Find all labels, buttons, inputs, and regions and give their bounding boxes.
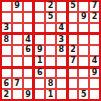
cell-r8c2[interactable]: 7 [13, 79, 22, 88]
cell-r5c5[interactable] [46, 46, 55, 55]
cell-r4c4[interactable] [35, 35, 44, 44]
cell-r2c3[interactable] [24, 13, 33, 22]
cell-r3c1[interactable]: 3 [2, 24, 11, 33]
cell-r4c9[interactable] [90, 35, 99, 44]
sudoku-box-0-2: 5792 [69, 2, 99, 32]
cell-r1c4[interactable] [35, 2, 44, 11]
cell-r3c7[interactable] [69, 24, 78, 33]
cell-r6c9[interactable]: 4 [90, 57, 99, 66]
cell-r6c3[interactable] [24, 57, 33, 66]
sudoku-box-1-0: 846 [2, 35, 32, 65]
cell-r1c6[interactable] [57, 2, 66, 11]
cell-r5c7[interactable]: 2 [69, 46, 78, 55]
cell-r3c6[interactable]: 4 [57, 24, 66, 33]
cell-r9c2[interactable] [13, 90, 22, 99]
cell-r7c4[interactable]: 6 [35, 69, 44, 78]
cell-r5c3[interactable]: 6 [24, 46, 33, 55]
cell-r1c7[interactable]: 5 [69, 2, 78, 11]
cell-r2c9[interactable]: 2 [90, 13, 99, 22]
cell-r2c5[interactable]: 5 [46, 13, 55, 22]
cell-r3c4[interactable] [35, 24, 44, 33]
cell-r6c5[interactable] [46, 57, 55, 66]
cell-r2c4[interactable] [35, 13, 44, 22]
cell-r9c4[interactable] [35, 90, 44, 99]
cell-r6c1[interactable] [2, 57, 11, 66]
cell-r2c1[interactable] [2, 13, 11, 22]
cell-r1c8[interactable] [79, 2, 88, 11]
cell-r5c6[interactable]: 8 [57, 46, 66, 55]
sudoku-box-0-1: 254 [35, 2, 65, 32]
cell-r4c3[interactable]: 4 [24, 35, 33, 44]
cell-r7c7[interactable] [69, 69, 78, 78]
cell-r3c3[interactable] [24, 24, 33, 33]
cell-r7c2[interactable] [13, 69, 22, 78]
cell-r4c5[interactable] [46, 35, 55, 44]
cell-r8c1[interactable]: 6 [2, 79, 11, 88]
cell-r7c1[interactable] [2, 69, 11, 78]
sudoku-box-0-0: 93 [2, 2, 32, 32]
cell-r8c3[interactable] [24, 79, 33, 88]
sudoku-box-2-2: 95 [69, 69, 99, 99]
cell-r9c3[interactable]: 9 [24, 90, 33, 99]
cell-r7c3[interactable] [24, 69, 33, 78]
cell-r9c1[interactable]: 2 [2, 90, 11, 99]
cell-r5c1[interactable] [2, 46, 11, 55]
cell-r8c4[interactable] [35, 79, 44, 88]
cell-r1c3[interactable] [24, 2, 33, 11]
cell-r3c2[interactable] [13, 24, 22, 33]
cell-r9c9[interactable] [90, 90, 99, 99]
cell-r5c4[interactable]: 9 [35, 46, 44, 55]
cell-r8c5[interactable]: 8 [46, 79, 55, 88]
cell-r7c9[interactable]: 9 [90, 69, 99, 78]
cell-r5c8[interactable] [79, 46, 88, 55]
cell-r2c8[interactable]: 9 [79, 13, 88, 22]
cell-r1c5[interactable]: 2 [46, 2, 55, 11]
cell-r9c6[interactable] [57, 90, 66, 99]
cell-r9c7[interactable] [69, 90, 78, 99]
cell-r8c6[interactable] [57, 79, 66, 88]
cell-r2c2[interactable] [13, 13, 22, 22]
sudoku-box-2-1: 681 [35, 69, 65, 99]
cell-r1c9[interactable]: 7 [90, 2, 99, 11]
cell-r8c7[interactable] [69, 79, 78, 88]
cell-r3c8[interactable] [79, 24, 88, 33]
cell-r6c8[interactable] [79, 57, 88, 66]
cell-r5c2[interactable] [13, 46, 22, 55]
cell-r2c6[interactable] [57, 13, 66, 22]
cell-r9c8[interactable]: 5 [79, 90, 88, 99]
cell-r3c5[interactable] [46, 24, 55, 33]
cell-r4c7[interactable] [69, 35, 78, 44]
cell-r6c6[interactable] [57, 57, 66, 66]
cell-r3c9[interactable] [90, 24, 99, 33]
sudoku-box-1-2: 274 [69, 35, 99, 65]
cell-r5c9[interactable] [90, 46, 99, 55]
sudoku-box-1-1: 3981 [35, 35, 65, 65]
sudoku-box-2-0: 6729 [2, 69, 32, 99]
cell-r4c1[interactable]: 8 [2, 35, 11, 44]
cell-r9c5[interactable]: 1 [46, 90, 55, 99]
cell-r2c7[interactable] [69, 13, 78, 22]
cell-r1c1[interactable] [2, 2, 11, 11]
cell-r1c2[interactable]: 9 [13, 2, 22, 11]
cell-r6c4[interactable]: 1 [35, 57, 44, 66]
cell-r6c7[interactable]: 7 [69, 57, 78, 66]
cell-r7c5[interactable] [46, 69, 55, 78]
sudoku-board: 9325457928463981274672968195 [0, 0, 101, 101]
cell-r8c9[interactable] [90, 79, 99, 88]
cell-r7c6[interactable] [57, 69, 66, 78]
cell-r8c8[interactable] [79, 79, 88, 88]
cell-r4c8[interactable] [79, 35, 88, 44]
cell-r4c2[interactable] [13, 35, 22, 44]
cell-r7c8[interactable] [79, 69, 88, 78]
cell-r6c2[interactable] [13, 57, 22, 66]
cell-r4c6[interactable]: 3 [57, 35, 66, 44]
